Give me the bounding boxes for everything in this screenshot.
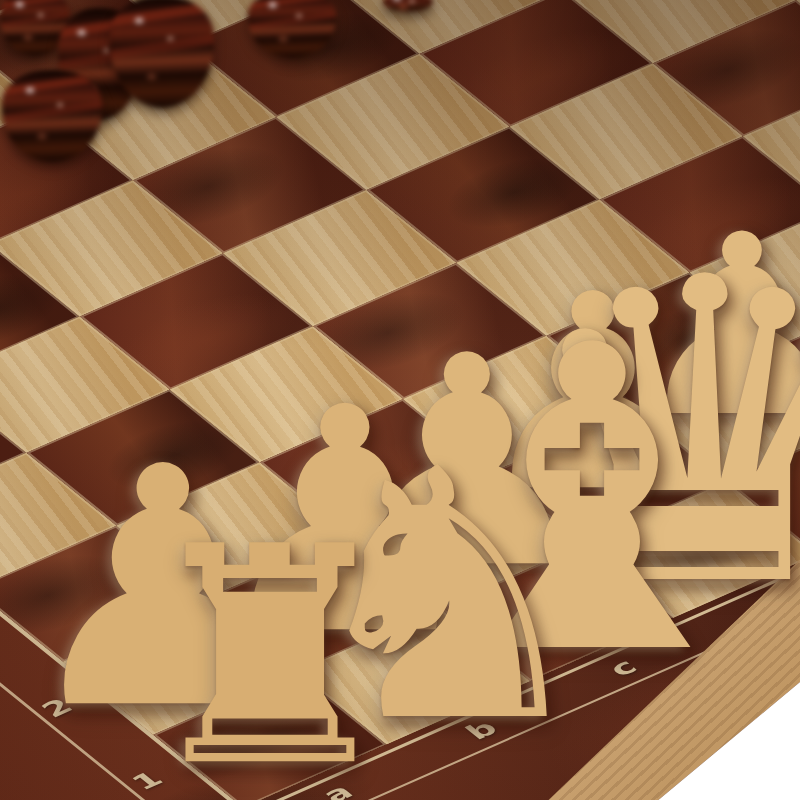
chess-set-photo: abcdefgh12345678 ♟♟♟♛♟♝♟♞♜ — [0, 0, 800, 800]
white-rook-a1: ♜ — [136, 508, 405, 800]
white-pieces: ♟♟♟♛♟♝♟♞♜ — [0, 0, 800, 800]
